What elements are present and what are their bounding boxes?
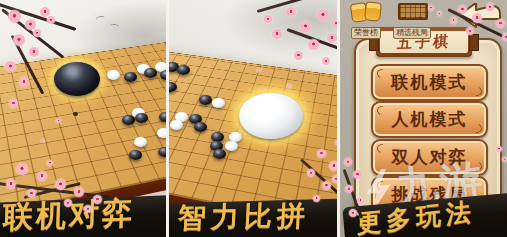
panel-online-play: 联机对弈 [0,0,166,237]
panel-brain-battle: 智力比拼 [169,0,337,237]
cherry-blossom [349,209,357,217]
cherry-blossom [6,179,16,189]
cherry-blossom [317,9,329,21]
cherry-blossom [307,169,315,177]
cherry-blossom [8,10,21,23]
black-stone [213,149,226,159]
black-stone [54,62,100,96]
white-stone [212,98,225,108]
cherry-blossom [437,11,442,16]
cherry-blossom [345,185,353,193]
cherry-blossom [257,68,261,72]
cherry-blossom [5,61,16,72]
cherry-blossom [502,33,507,41]
cherry-blossom [496,146,502,152]
panel-menu: 五子棋 联机模式 人机模式 双人对弈 挑战残局 荣誉榜 精选残局 [340,0,507,237]
gold-jars-icon [349,2,383,20]
black-stone [199,95,212,105]
white-stone [239,93,303,139]
cherry-blossom [327,33,337,43]
cherry-blossom [450,17,457,24]
black-stone [124,72,137,82]
cherry-blossom [84,205,92,213]
white-stone [157,128,167,138]
cherry-blossom [313,195,320,202]
cherry-blossom [428,5,434,11]
two-player-mode-button[interactable]: 双人对弈 [371,139,488,176]
black-stone [144,68,157,78]
cherry-blossom [93,195,102,204]
cherry-blossom [55,179,66,190]
cherry-blossom [353,170,362,179]
cherry-blossom [47,16,55,24]
honor-roll-shortcut[interactable]: 荣誉榜 [344,2,388,39]
cherry-blossom [322,57,330,65]
black-stone [169,82,177,92]
cherry-blossom [322,181,331,190]
cherry-blossom [16,163,28,175]
cherry-blossom [25,19,36,30]
cherry-blossom [27,189,36,198]
black-stone [160,70,167,80]
cherry-blossom [472,13,482,23]
gomoku-promo-screenshot: 联机对弈 智力比拼 五子棋 联机模式 人机模式 双人对弈 挑战残局 [0,0,507,237]
cherry-blossom [19,77,29,87]
cherry-blossom [74,187,84,197]
caption-middle: 智力比拼 [177,197,311,237]
vs-ai-mode-button[interactable]: 人机模式 [371,101,488,138]
cherry-blossom [33,29,41,37]
black-stone [158,147,167,157]
white-stone [134,137,147,147]
white-stone [107,70,120,80]
black-stone [135,113,148,123]
cherry-blossom [300,21,311,32]
cherry-blossom [332,19,337,28]
cherry-blossom [56,118,61,123]
cherry-blossom [47,160,53,166]
cherry-blossom [9,99,18,108]
cherry-blossom [286,7,296,17]
cherry-blossom [357,197,364,204]
shortcut-label: 精选残局 [393,27,431,39]
cherry-blossom [264,15,272,23]
black-stone [177,65,190,75]
cherry-blossom [332,175,337,183]
white-stone [170,120,183,130]
cherry-blossom [458,5,467,14]
cherry-blossom [13,34,25,46]
cherry-blossom [294,51,303,60]
mini-board-icon [397,2,427,20]
cherry-blossom [29,47,39,57]
cherry-blossom [308,39,319,50]
cherry-blossom [317,149,326,158]
star-point [73,112,78,116]
white-stone [225,141,238,151]
cherry-blossom [344,158,352,166]
cherry-blossom [466,27,474,35]
black-stone [159,112,167,122]
black-stone [194,122,207,132]
cherry-blossom [64,199,72,207]
cherry-blossom [41,139,45,143]
cherry-blossom [329,161,337,171]
cherry-blossom [287,84,291,88]
cherry-blossom [502,157,507,162]
cherry-blossom [37,171,47,181]
cherry-blossom [496,19,505,28]
black-stone [129,150,142,160]
online-mode-button[interactable]: 联机模式 [371,64,488,101]
cherry-blossom [272,29,282,39]
cherry-blossom [486,3,494,11]
cherry-blossom [335,140,337,145]
shortcut-label: 荣誉榜 [351,27,381,39]
black-stone [122,115,135,125]
